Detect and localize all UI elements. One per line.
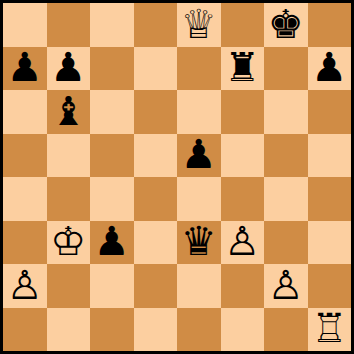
square-c8[interactable] [90, 3, 134, 47]
square-c5[interactable] [90, 134, 134, 178]
square-c4[interactable] [90, 177, 134, 221]
square-b4[interactable] [47, 177, 91, 221]
square-g1[interactable] [264, 308, 308, 352]
piece-white-rook[interactable]: ♖ [311, 308, 347, 348]
square-d5[interactable] [134, 134, 178, 178]
square-a3[interactable] [3, 221, 47, 265]
piece-black-pawn[interactable]: ♟ [50, 47, 86, 87]
square-c6[interactable] [90, 90, 134, 134]
piece-black-pawn[interactable]: ♟ [94, 221, 130, 261]
square-a8[interactable] [3, 3, 47, 47]
piece-black-king[interactable]: ♚ [268, 4, 304, 44]
piece-white-pawn[interactable]: ♙ [268, 265, 304, 305]
square-f8[interactable] [221, 3, 265, 47]
square-e8[interactable]: ♕ [177, 3, 221, 47]
square-f2[interactable] [221, 264, 265, 308]
square-f1[interactable] [221, 308, 265, 352]
square-h2[interactable] [308, 264, 352, 308]
square-e5[interactable]: ♟ [177, 134, 221, 178]
square-h8[interactable] [308, 3, 352, 47]
square-a2[interactable]: ♙ [3, 264, 47, 308]
square-e4[interactable] [177, 177, 221, 221]
piece-white-pawn[interactable]: ♙ [7, 265, 43, 305]
square-b2[interactable] [47, 264, 91, 308]
square-h6[interactable] [308, 90, 352, 134]
piece-black-bishop[interactable]: ♝ [50, 91, 86, 131]
square-d4[interactable] [134, 177, 178, 221]
square-e6[interactable] [177, 90, 221, 134]
square-e2[interactable] [177, 264, 221, 308]
square-d1[interactable] [134, 308, 178, 352]
square-b1[interactable] [47, 308, 91, 352]
square-g3[interactable] [264, 221, 308, 265]
square-b8[interactable] [47, 3, 91, 47]
square-a6[interactable] [3, 90, 47, 134]
piece-black-rook[interactable]: ♜ [224, 47, 260, 87]
piece-black-pawn[interactable]: ♟ [181, 134, 217, 174]
square-d8[interactable] [134, 3, 178, 47]
square-b5[interactable] [47, 134, 91, 178]
square-f5[interactable] [221, 134, 265, 178]
piece-black-pawn[interactable]: ♟ [7, 47, 43, 87]
piece-white-queen[interactable]: ♕ [181, 4, 217, 44]
square-c1[interactable] [90, 308, 134, 352]
square-a7[interactable]: ♟ [3, 47, 47, 91]
square-g4[interactable] [264, 177, 308, 221]
square-g6[interactable] [264, 90, 308, 134]
square-a5[interactable] [3, 134, 47, 178]
square-h7[interactable]: ♟ [308, 47, 352, 91]
square-f4[interactable] [221, 177, 265, 221]
square-g2[interactable]: ♙ [264, 264, 308, 308]
square-d7[interactable] [134, 47, 178, 91]
square-c2[interactable] [90, 264, 134, 308]
square-b7[interactable]: ♟ [47, 47, 91, 91]
square-f6[interactable] [221, 90, 265, 134]
square-h5[interactable] [308, 134, 352, 178]
square-b6[interactable]: ♝ [47, 90, 91, 134]
square-h3[interactable] [308, 221, 352, 265]
square-g8[interactable]: ♚ [264, 3, 308, 47]
chess-board: ♕♚♟♟♜♟♝♟♔♟♛♙♙♙♖ [0, 0, 354, 354]
piece-black-pawn[interactable]: ♟ [311, 47, 347, 87]
square-e7[interactable] [177, 47, 221, 91]
square-e1[interactable] [177, 308, 221, 352]
square-f7[interactable]: ♜ [221, 47, 265, 91]
square-g7[interactable] [264, 47, 308, 91]
piece-white-pawn[interactable]: ♙ [224, 221, 260, 261]
board-frame: ♕♚♟♟♜♟♝♟♔♟♛♙♙♙♖ [0, 0, 354, 354]
square-f3[interactable]: ♙ [221, 221, 265, 265]
square-a4[interactable] [3, 177, 47, 221]
square-h4[interactable] [308, 177, 352, 221]
piece-black-queen[interactable]: ♛ [181, 221, 217, 261]
piece-white-king[interactable]: ♔ [50, 221, 86, 261]
square-a1[interactable] [3, 308, 47, 352]
square-d2[interactable] [134, 264, 178, 308]
square-d3[interactable] [134, 221, 178, 265]
square-c3[interactable]: ♟ [90, 221, 134, 265]
square-b3[interactable]: ♔ [47, 221, 91, 265]
square-d6[interactable] [134, 90, 178, 134]
square-c7[interactable] [90, 47, 134, 91]
square-g5[interactable] [264, 134, 308, 178]
square-e3[interactable]: ♛ [177, 221, 221, 265]
square-h1[interactable]: ♖ [308, 308, 352, 352]
